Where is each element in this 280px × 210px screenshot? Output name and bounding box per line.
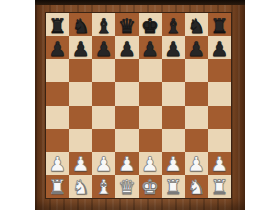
square-a3[interactable] (46, 129, 69, 152)
piece-black-pawn[interactable]: ♟ (210, 39, 228, 59)
square-b6[interactable] (69, 59, 92, 82)
piece-black-knight[interactable]: ♞ (187, 16, 205, 36)
square-b2[interactable]: ♟ (69, 152, 92, 175)
square-b4[interactable] (69, 106, 92, 129)
square-d5[interactable] (115, 82, 138, 105)
square-h5[interactable] (208, 82, 231, 105)
square-d7[interactable]: ♟ (115, 36, 138, 59)
square-b3[interactable] (69, 129, 92, 152)
square-d4[interactable] (115, 106, 138, 129)
piece-white-king[interactable]: ♚ (141, 177, 159, 197)
piece-white-rook[interactable]: ♜ (164, 177, 182, 197)
piece-black-bishop[interactable]: ♝ (95, 16, 113, 36)
square-f3[interactable] (162, 129, 185, 152)
square-e6[interactable] (139, 59, 162, 82)
piece-black-pawn[interactable]: ♟ (49, 39, 67, 59)
square-a1[interactable]: ♜ (46, 175, 69, 198)
square-f4[interactable] (162, 106, 185, 129)
piece-black-pawn[interactable]: ♟ (118, 39, 136, 59)
square-a4[interactable] (46, 106, 69, 129)
chess-app-stage: ♜♞♝♛♚♝♞♜♟♟♟♟♟♟♟♟♟♟♟♟♟♟♟♟♜♞♝♛♚♜♞♜ (0, 0, 280, 210)
piece-white-pawn[interactable]: ♟ (49, 154, 67, 174)
piece-white-pawn[interactable]: ♟ (72, 154, 90, 174)
square-c2[interactable]: ♟ (92, 152, 115, 175)
piece-black-queen[interactable]: ♛ (118, 16, 136, 36)
piece-black-pawn[interactable]: ♟ (187, 39, 205, 59)
square-f7[interactable]: ♟ (162, 36, 185, 59)
square-h4[interactable] (208, 106, 231, 129)
square-g7[interactable]: ♟ (185, 36, 208, 59)
square-d6[interactable] (115, 59, 138, 82)
square-g4[interactable] (185, 106, 208, 129)
square-d1[interactable]: ♛ (115, 175, 138, 198)
square-c7[interactable]: ♟ (92, 36, 115, 59)
square-g5[interactable] (185, 82, 208, 105)
square-a7[interactable]: ♟ (46, 36, 69, 59)
piece-black-rook[interactable]: ♜ (49, 16, 67, 36)
piece-white-pawn[interactable]: ♟ (210, 154, 228, 174)
square-c6[interactable] (92, 59, 115, 82)
chessboard: ♜♞♝♛♚♝♞♜♟♟♟♟♟♟♟♟♟♟♟♟♟♟♟♟♜♞♝♛♚♜♞♜ (45, 12, 232, 199)
square-h7[interactable]: ♟ (208, 36, 231, 59)
piece-white-queen[interactable]: ♛ (118, 177, 136, 197)
board-top-edge (35, 0, 245, 5)
square-c1[interactable]: ♝ (92, 175, 115, 198)
square-e7[interactable]: ♟ (139, 36, 162, 59)
square-f8[interactable]: ♝ (162, 13, 185, 36)
piece-black-rook[interactable]: ♜ (210, 16, 228, 36)
square-g2[interactable]: ♟ (185, 152, 208, 175)
square-b7[interactable]: ♟ (69, 36, 92, 59)
square-c4[interactable] (92, 106, 115, 129)
piece-white-rook[interactable]: ♜ (210, 177, 228, 197)
square-g8[interactable]: ♞ (185, 13, 208, 36)
square-f6[interactable] (162, 59, 185, 82)
square-c5[interactable] (92, 82, 115, 105)
square-e2[interactable]: ♟ (139, 152, 162, 175)
square-b8[interactable]: ♞ (69, 13, 92, 36)
square-e5[interactable] (139, 82, 162, 105)
square-c8[interactable]: ♝ (92, 13, 115, 36)
square-d3[interactable] (115, 129, 138, 152)
piece-white-pawn[interactable]: ♟ (187, 154, 205, 174)
square-c3[interactable] (92, 129, 115, 152)
square-a2[interactable]: ♟ (46, 152, 69, 175)
piece-white-rook[interactable]: ♜ (49, 177, 67, 197)
piece-white-knight[interactable]: ♞ (72, 177, 90, 197)
square-a8[interactable]: ♜ (46, 13, 69, 36)
square-h2[interactable]: ♟ (208, 152, 231, 175)
square-e3[interactable] (139, 129, 162, 152)
piece-black-pawn[interactable]: ♟ (164, 39, 182, 59)
piece-black-pawn[interactable]: ♟ (141, 39, 159, 59)
square-f5[interactable] (162, 82, 185, 105)
piece-white-knight[interactable]: ♞ (187, 177, 205, 197)
square-g6[interactable] (185, 59, 208, 82)
piece-white-pawn[interactable]: ♟ (95, 154, 113, 174)
square-h6[interactable] (208, 59, 231, 82)
square-h3[interactable] (208, 129, 231, 152)
piece-black-bishop[interactable]: ♝ (164, 16, 182, 36)
piece-black-knight[interactable]: ♞ (72, 16, 90, 36)
square-e1[interactable]: ♚ (139, 175, 162, 198)
piece-white-pawn[interactable]: ♟ (141, 154, 159, 174)
piece-white-pawn[interactable]: ♟ (164, 154, 182, 174)
piece-white-bishop[interactable]: ♝ (95, 177, 113, 197)
square-b1[interactable]: ♞ (69, 175, 92, 198)
square-f1[interactable]: ♜ (162, 175, 185, 198)
square-h8[interactable]: ♜ (208, 13, 231, 36)
square-g3[interactable] (185, 129, 208, 152)
square-e4[interactable] (139, 106, 162, 129)
square-h1[interactable]: ♜ (208, 175, 231, 198)
square-b5[interactable] (69, 82, 92, 105)
piece-black-pawn[interactable]: ♟ (95, 39, 113, 59)
piece-black-pawn[interactable]: ♟ (72, 39, 90, 59)
piece-white-pawn[interactable]: ♟ (118, 154, 136, 174)
square-d2[interactable]: ♟ (115, 152, 138, 175)
square-d8[interactable]: ♛ (115, 13, 138, 36)
square-a5[interactable] (46, 82, 69, 105)
square-e8[interactable]: ♚ (139, 13, 162, 36)
square-a6[interactable] (46, 59, 69, 82)
square-g1[interactable]: ♞ (185, 175, 208, 198)
square-f2[interactable]: ♟ (162, 152, 185, 175)
piece-black-king[interactable]: ♚ (141, 16, 159, 36)
